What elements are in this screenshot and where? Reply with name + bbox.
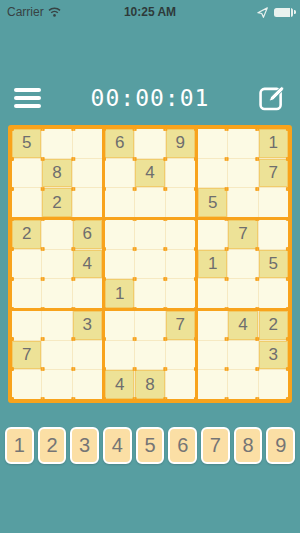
sudoku-cell-r7c6[interactable]: 7 xyxy=(166,311,195,340)
sudoku-cell-r7c2[interactable] xyxy=(42,311,71,340)
edit-icon[interactable] xyxy=(258,84,286,112)
sudoku-cell-r8c9[interactable]: 3 xyxy=(259,341,288,370)
header: 00:00:01 xyxy=(0,78,300,118)
sudoku-cell-r7c1[interactable] xyxy=(12,311,41,340)
sudoku-cell-r2c1[interactable] xyxy=(12,159,41,188)
sudoku-cell-r1c2[interactable] xyxy=(42,129,71,158)
sudoku-cell-r2c6[interactable] xyxy=(166,159,195,188)
number-button-6[interactable]: 6 xyxy=(168,427,197,464)
sudoku-cell-r6c2[interactable] xyxy=(42,279,71,308)
sudoku-cell-r1c6[interactable]: 9 xyxy=(166,129,195,158)
number-button-7[interactable]: 7 xyxy=(201,427,230,464)
sudoku-block-5: 1 xyxy=(105,220,195,308)
sudoku-cell-r9c1[interactable] xyxy=(12,370,41,399)
sudoku-cell-r6c1[interactable] xyxy=(12,279,41,308)
sudoku-cell-r9c7[interactable] xyxy=(198,370,227,399)
sudoku-cell-r1c8[interactable] xyxy=(228,129,257,158)
timer-display: 00:00:01 xyxy=(0,85,300,111)
battery-icon xyxy=(274,8,293,17)
sudoku-cell-r9c6[interactable] xyxy=(166,370,195,399)
sudoku-cell-r4c5[interactable] xyxy=(135,220,164,249)
number-button-2[interactable]: 2 xyxy=(38,427,67,464)
sudoku-block-4: 264 xyxy=(12,220,102,308)
sudoku-cell-r3c1[interactable] xyxy=(12,188,41,217)
sudoku-cell-r4c7[interactable] xyxy=(198,220,227,249)
sudoku-cell-r6c8[interactable] xyxy=(228,279,257,308)
sudoku-cell-r5c6[interactable] xyxy=(166,250,195,279)
sudoku-cell-r5c1[interactable] xyxy=(12,250,41,279)
sudoku-cell-r8c6[interactable] xyxy=(166,341,195,370)
sudoku-cell-r7c7[interactable] xyxy=(198,311,227,340)
sudoku-cell-r2c7[interactable] xyxy=(198,159,227,188)
sudoku-cell-r7c5[interactable] xyxy=(135,311,164,340)
sudoku-board: 582694175264171537748423 xyxy=(8,125,292,403)
sudoku-cell-r3c4[interactable] xyxy=(105,188,134,217)
sudoku-cell-r2c4[interactable] xyxy=(105,159,134,188)
sudoku-cell-r2c8[interactable] xyxy=(228,159,257,188)
sudoku-cell-r2c2[interactable]: 8 xyxy=(42,159,71,188)
sudoku-cell-r1c5[interactable] xyxy=(135,129,164,158)
sudoku-cell-r3c8[interactable] xyxy=(228,188,257,217)
sudoku-cell-r6c5[interactable] xyxy=(135,279,164,308)
sudoku-cell-r9c2[interactable] xyxy=(42,370,71,399)
sudoku-cell-r2c5[interactable]: 4 xyxy=(135,159,164,188)
sudoku-cell-r8c3[interactable] xyxy=(73,341,102,370)
sudoku-cell-r7c3[interactable]: 3 xyxy=(73,311,102,340)
sudoku-cell-r3c2[interactable]: 2 xyxy=(42,188,71,217)
sudoku-block-8: 748 xyxy=(105,311,195,399)
sudoku-cell-r9c8[interactable] xyxy=(228,370,257,399)
number-button-3[interactable]: 3 xyxy=(70,427,99,464)
sudoku-block-9: 423 xyxy=(198,311,288,399)
sudoku-cell-r3c3[interactable] xyxy=(73,188,102,217)
sudoku-block-6: 715 xyxy=(198,220,288,308)
sudoku-cell-r4c9[interactable] xyxy=(259,220,288,249)
sudoku-cell-r6c3[interactable] xyxy=(73,279,102,308)
sudoku-cell-r9c4[interactable]: 4 xyxy=(105,370,134,399)
sudoku-cell-r2c3[interactable] xyxy=(73,159,102,188)
sudoku-cell-r9c3[interactable] xyxy=(73,370,102,399)
sudoku-cell-r5c5[interactable] xyxy=(135,250,164,279)
sudoku-cell-r5c8[interactable] xyxy=(228,250,257,279)
sudoku-cell-r4c6[interactable] xyxy=(166,220,195,249)
number-pad: 123456789 xyxy=(5,427,295,464)
sudoku-cell-r4c1[interactable]: 2 xyxy=(12,220,41,249)
number-button-4[interactable]: 4 xyxy=(103,427,132,464)
sudoku-cell-r4c3[interactable]: 6 xyxy=(73,220,102,249)
sudoku-cell-r1c1[interactable]: 5 xyxy=(12,129,41,158)
sudoku-cell-r3c6[interactable] xyxy=(166,188,195,217)
sudoku-cell-r1c9[interactable]: 1 xyxy=(259,129,288,158)
location-arrow-icon xyxy=(256,6,269,19)
sudoku-cell-r9c5[interactable]: 8 xyxy=(135,370,164,399)
number-button-9[interactable]: 9 xyxy=(266,427,295,464)
sudoku-cell-r8c7[interactable] xyxy=(198,341,227,370)
sudoku-cell-r1c7[interactable] xyxy=(198,129,227,158)
sudoku-cell-r1c3[interactable] xyxy=(73,129,102,158)
sudoku-cell-r5c7[interactable]: 1 xyxy=(198,250,227,279)
sudoku-cell-r8c4[interactable] xyxy=(105,341,134,370)
sudoku-cell-r7c4[interactable] xyxy=(105,311,134,340)
number-button-1[interactable]: 1 xyxy=(5,427,34,464)
sudoku-cell-r5c2[interactable] xyxy=(42,250,71,279)
sudoku-cell-r4c8[interactable]: 7 xyxy=(228,220,257,249)
number-button-8[interactable]: 8 xyxy=(234,427,263,464)
sudoku-cell-r5c4[interactable] xyxy=(105,250,134,279)
sudoku-cell-r1c4[interactable]: 6 xyxy=(105,129,134,158)
sudoku-cell-r5c3[interactable]: 4 xyxy=(73,250,102,279)
sudoku-cell-r6c6[interactable] xyxy=(166,279,195,308)
sudoku-cell-r3c9[interactable] xyxy=(259,188,288,217)
sudoku-block-3: 175 xyxy=(198,129,288,217)
sudoku-block-2: 694 xyxy=(105,129,195,217)
sudoku-cell-r8c1[interactable]: 7 xyxy=(12,341,41,370)
sudoku-cell-r4c4[interactable] xyxy=(105,220,134,249)
sudoku-cell-r6c4[interactable]: 1 xyxy=(105,279,134,308)
sudoku-cell-r3c5[interactable] xyxy=(135,188,164,217)
sudoku-block-7: 37 xyxy=(12,311,102,399)
sudoku-cell-r6c9[interactable] xyxy=(259,279,288,308)
status-time: 10:25 AM xyxy=(0,5,300,19)
sudoku-cell-r9c9[interactable] xyxy=(259,370,288,399)
sudoku-cell-r8c8[interactable] xyxy=(228,341,257,370)
sudoku-cell-r2c9[interactable]: 7 xyxy=(259,159,288,188)
sudoku-cell-r7c9[interactable]: 2 xyxy=(259,311,288,340)
sudoku-cell-r5c9[interactable]: 5 xyxy=(259,250,288,279)
sudoku-cell-r4c2[interactable] xyxy=(42,220,71,249)
sudoku-cell-r6c7[interactable] xyxy=(198,279,227,308)
sudoku-block-1: 582 xyxy=(12,129,102,217)
status-bar: Carrier 10:25 AM xyxy=(0,0,300,22)
sudoku-cell-r8c5[interactable] xyxy=(135,341,164,370)
number-button-5[interactable]: 5 xyxy=(136,427,165,464)
sudoku-cell-r7c8[interactable]: 4 xyxy=(228,311,257,340)
sudoku-cell-r3c7[interactable]: 5 xyxy=(198,188,227,217)
sudoku-cell-r8c2[interactable] xyxy=(42,341,71,370)
